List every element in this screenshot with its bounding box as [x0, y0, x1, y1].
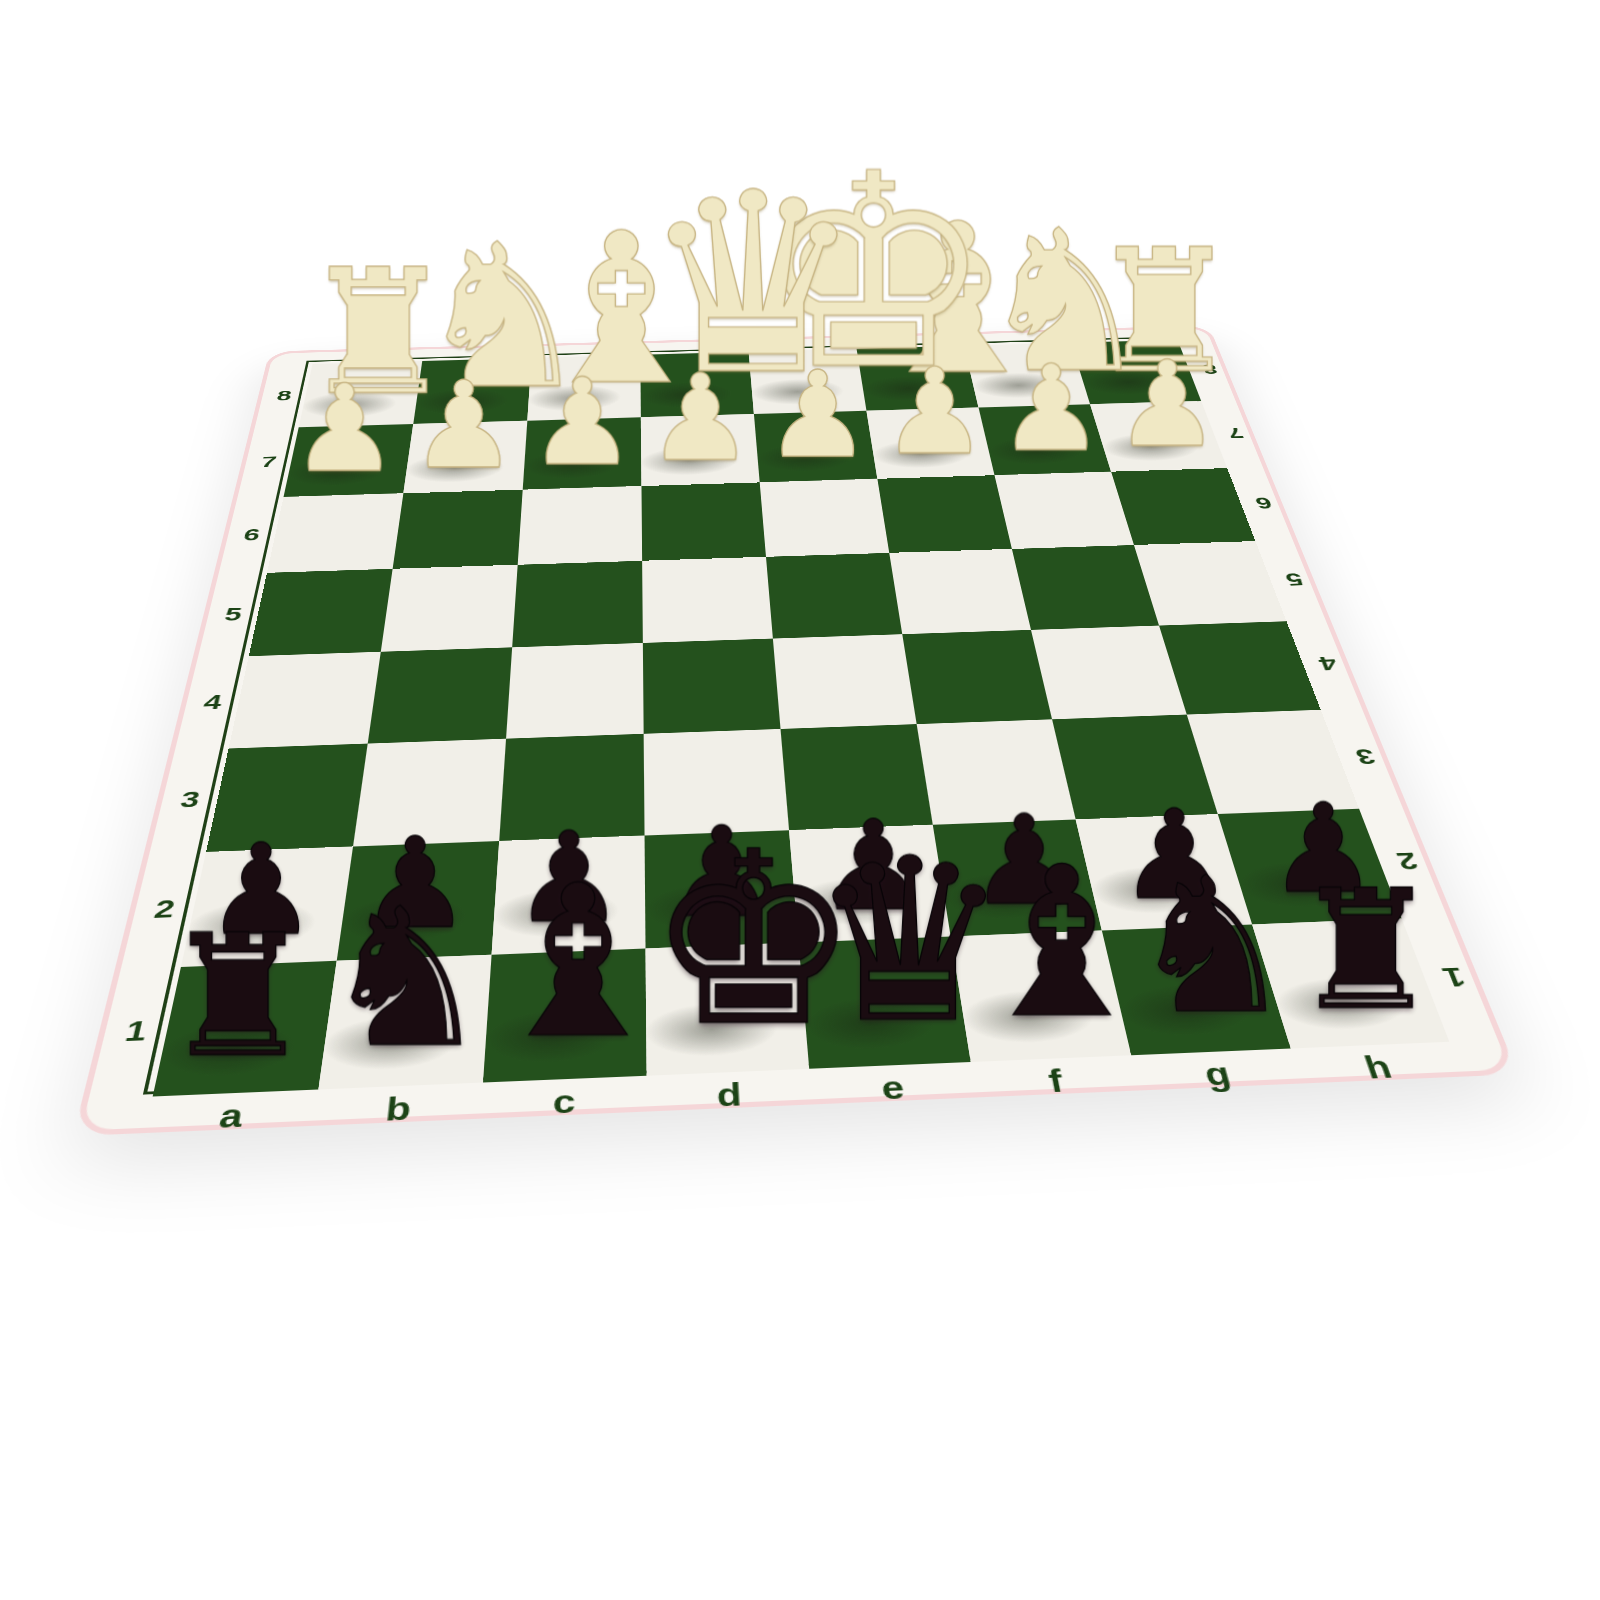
- piece-shadow: [181, 898, 322, 952]
- file-label-e: e: [880, 1071, 906, 1105]
- square-d1: ♚: [646, 942, 810, 1075]
- square-c1: ♝: [483, 948, 647, 1082]
- square-d2: ♟: [645, 830, 799, 949]
- square-a1: ♜: [153, 961, 337, 1097]
- square-e8: ♚: [749, 349, 867, 414]
- piece-shadow: [968, 371, 1070, 400]
- square-b4: [368, 647, 512, 743]
- piece-shadow: [526, 384, 623, 414]
- square-a5: [249, 569, 393, 657]
- piece-shadow: [859, 374, 959, 403]
- white-queen: ♛: [641, 161, 754, 410]
- piece-shadow: [481, 1006, 621, 1066]
- file-label-g: g: [1201, 1057, 1234, 1090]
- piece-shadow: [1230, 858, 1372, 910]
- square-d5: [642, 557, 773, 643]
- square-a4: [229, 652, 381, 749]
- rank-label-right-2: 2: [1393, 848, 1421, 873]
- square-e2: ♟: [789, 824, 951, 942]
- square-c3: [499, 734, 644, 841]
- piece-shadow: [412, 387, 512, 417]
- chess-board: ♜♞♝♛♚♝♞♜♟♟♟♟♟♟♟♟♟♟♟♟♟♟♟♟♜♞♝♚♛♝♞♜: [153, 340, 1450, 1097]
- white-bishop: ♝: [865, 196, 977, 403]
- piece-shadow: [639, 445, 740, 477]
- square-e5: [766, 553, 902, 639]
- square-d7: ♟: [641, 414, 760, 486]
- rank-label-left-2: 2: [152, 895, 177, 921]
- rank-label-right-1: 1: [1439, 963, 1470, 991]
- square-e6: [760, 479, 890, 557]
- square-b1: ♞: [318, 954, 491, 1089]
- square-g8: ♞: [964, 343, 1090, 408]
- piece-shadow: [642, 881, 773, 934]
- square-b3: [353, 739, 506, 846]
- rank-label-left-4: 4: [202, 692, 224, 713]
- square-f3: [917, 719, 1076, 824]
- square-f5: [889, 549, 1031, 634]
- square-d3: [644, 729, 789, 835]
- piece-shadow: [521, 449, 623, 481]
- piece-shadow: [153, 1019, 303, 1080]
- square-h8: ♜: [1071, 340, 1201, 405]
- rank-label-left-1: 1: [122, 1016, 149, 1046]
- white-knight: ♞: [977, 204, 1089, 400]
- piece-shadow: [402, 452, 506, 484]
- square-c2: ♟: [492, 835, 646, 954]
- file-label-f: f: [1046, 1064, 1066, 1097]
- square-a3: [206, 744, 368, 852]
- rank-label-left-3: 3: [178, 788, 202, 812]
- piece-shadow: [298, 390, 400, 420]
- square-c8: ♝: [527, 355, 641, 421]
- piece-shadow: [983, 435, 1089, 467]
- square-h3: [1187, 710, 1359, 814]
- rank-label-right-7: 7: [1225, 425, 1246, 440]
- rank-label-right-8: 8: [1200, 362, 1219, 376]
- piece-shadow: [638, 380, 735, 409]
- piece-shadow: [283, 456, 390, 489]
- piece-shadow: [754, 442, 857, 474]
- square-f8: ♝: [857, 346, 979, 411]
- rank-label-left-8: 8: [275, 388, 293, 403]
- piece-shadow: [1077, 368, 1180, 397]
- piece-shadow: [749, 377, 848, 406]
- white-bishop: ♝: [528, 205, 641, 413]
- square-c7: ♟: [523, 417, 642, 489]
- square-b6: [393, 489, 523, 568]
- square-f4: [902, 630, 1052, 724]
- white-king: ♚: [753, 139, 865, 407]
- file-label-d: d: [716, 1078, 742, 1112]
- square-f6: [877, 475, 1012, 553]
- square-g7: ♟: [979, 404, 1111, 475]
- file-label-b: b: [384, 1092, 413, 1126]
- vinyl-chessboard-mat: ♜♞♝♛♚♝♞♜♟♟♟♟♟♟♟♟♟♟♟♟♟♟♟♟♜♞♝♚♛♝♞♜ 8877665…: [73, 325, 1518, 1136]
- piece-shadow: [938, 870, 1075, 923]
- square-h7: ♟: [1090, 401, 1227, 471]
- piece-shadow: [336, 892, 472, 946]
- file-label-a: a: [217, 1099, 246, 1133]
- rank-label-left-7: 7: [259, 454, 278, 470]
- square-f2: ♟: [933, 819, 1102, 936]
- square-a7: ♟: [284, 424, 414, 497]
- photo-scene: ♜♞♝♛♚♝♞♜♟♟♟♟♟♟♟♟♟♟♟♟♟♟♟♟♜♞♝♚♛♝♞♜ 8877665…: [0, 0, 1600, 1600]
- square-c4: [506, 643, 644, 739]
- rank-label-right-5: 5: [1283, 570, 1306, 588]
- piece-shadow: [800, 993, 942, 1053]
- piece-shadow: [956, 987, 1102, 1046]
- rank-label-right-3: 3: [1353, 746, 1379, 769]
- square-f7: ♟: [866, 408, 994, 479]
- square-h5: [1134, 541, 1287, 626]
- rank-label-right-4: 4: [1316, 653, 1341, 673]
- square-d8: ♛: [640, 352, 754, 418]
- piece-shadow: [1266, 974, 1418, 1033]
- rank-label-left-6: 6: [242, 526, 262, 543]
- square-a6: [267, 493, 403, 573]
- square-e4: [773, 634, 917, 729]
- white-knight: ♞: [414, 218, 527, 416]
- piece-shadow: [869, 438, 974, 470]
- piece-shadow: [643, 1000, 782, 1060]
- square-h6: [1111, 468, 1255, 545]
- piece-shadow: [317, 1012, 462, 1073]
- file-label-c: c: [552, 1085, 576, 1119]
- square-b7: ♟: [403, 421, 527, 493]
- file-label-h: h: [1360, 1051, 1395, 1084]
- piece-shadow: [1112, 981, 1261, 1040]
- square-c5: [512, 561, 643, 648]
- square-g4: [1031, 626, 1187, 720]
- square-b8: ♞: [413, 358, 531, 424]
- square-b2: ♟: [337, 841, 499, 961]
- square-e3: [781, 724, 933, 829]
- rank-label-left-5: 5: [223, 605, 244, 624]
- square-e7: ♟: [754, 411, 877, 482]
- square-d6: [641, 482, 765, 560]
- piece-shadow: [1097, 432, 1205, 463]
- piece-shadow: [1084, 864, 1224, 916]
- square-a2: ♟: [181, 846, 353, 967]
- square-e1: ♛: [799, 936, 971, 1069]
- rank-label-right-6: 6: [1253, 494, 1275, 511]
- square-h4: [1159, 621, 1321, 714]
- square-c6: [518, 486, 642, 565]
- piece-shadow: [790, 875, 924, 928]
- piece-shadow: [490, 887, 622, 941]
- square-d4: [643, 639, 781, 734]
- square-f1: ♝: [951, 930, 1132, 1062]
- square-a8: ♜: [299, 361, 423, 427]
- square-b5: [381, 565, 518, 652]
- square-g6: [994, 471, 1133, 548]
